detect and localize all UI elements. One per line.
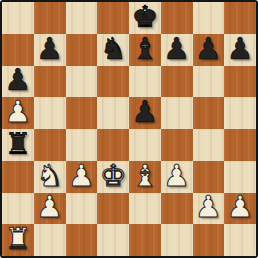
square-e1[interactable] [129,224,161,256]
square-g3[interactable] [193,161,225,193]
piece-black-pawn[interactable]: ♟ [227,34,254,64]
square-f3[interactable]: ♟ [161,161,193,193]
piece-white-bishop[interactable]: ♝ [131,161,158,191]
square-e8[interactable]: ♚ [129,2,161,34]
square-b7[interactable]: ♟ [34,34,66,66]
piece-white-pawn[interactable]: ♟ [195,192,222,222]
piece-black-rook[interactable]: ♜ [4,129,31,159]
square-c3[interactable]: ♟ [66,161,98,193]
square-b8[interactable] [34,2,66,34]
piece-white-pawn[interactable]: ♟ [68,161,95,191]
square-c8[interactable] [66,2,98,34]
square-c1[interactable] [66,224,98,256]
square-h7[interactable]: ♟ [224,34,256,66]
square-c4[interactable] [66,129,98,161]
square-h4[interactable] [224,129,256,161]
square-e6[interactable] [129,66,161,98]
square-h6[interactable] [224,66,256,98]
piece-black-pawn[interactable]: ♟ [163,34,190,64]
piece-black-pawn[interactable]: ♟ [195,34,222,64]
square-h8[interactable] [224,2,256,34]
square-h2[interactable]: ♟ [224,193,256,225]
square-f6[interactable] [161,66,193,98]
square-f7[interactable]: ♟ [161,34,193,66]
square-a3[interactable] [2,161,34,193]
square-c7[interactable] [66,34,98,66]
square-b3[interactable]: ♞ [34,161,66,193]
piece-white-king[interactable]: ♚ [100,161,127,191]
square-c2[interactable] [66,193,98,225]
square-g7[interactable]: ♟ [193,34,225,66]
square-c5[interactable] [66,97,98,129]
square-b5[interactable] [34,97,66,129]
square-g2[interactable]: ♟ [193,193,225,225]
square-d5[interactable] [97,97,129,129]
square-d4[interactable] [97,129,129,161]
square-a6[interactable]: ♟ [2,66,34,98]
square-h1[interactable] [224,224,256,256]
square-d6[interactable] [97,66,129,98]
piece-black-pawn[interactable]: ♟ [4,65,31,95]
square-b1[interactable] [34,224,66,256]
piece-white-pawn[interactable]: ♟ [163,161,190,191]
square-g6[interactable] [193,66,225,98]
square-d3[interactable]: ♚ [97,161,129,193]
piece-white-rook[interactable]: ♜ [4,224,31,254]
square-d1[interactable] [97,224,129,256]
square-h5[interactable] [224,97,256,129]
square-d8[interactable] [97,2,129,34]
piece-black-pawn[interactable]: ♟ [131,97,158,127]
square-b4[interactable] [34,129,66,161]
square-e5[interactable]: ♟ [129,97,161,129]
square-d2[interactable] [97,193,129,225]
square-e3[interactable]: ♝ [129,161,161,193]
piece-white-pawn[interactable]: ♟ [36,192,63,222]
square-d7[interactable]: ♞ [97,34,129,66]
square-e2[interactable] [129,193,161,225]
chess-board: ♚♟♞♝♟♟♟♟♟♟♜♞♟♚♝♟♟♟♟♜ [0,0,258,258]
square-a5[interactable]: ♟ [2,97,34,129]
piece-white-pawn[interactable]: ♟ [227,192,254,222]
square-b6[interactable] [34,66,66,98]
square-a4[interactable]: ♜ [2,129,34,161]
square-h3[interactable] [224,161,256,193]
square-c6[interactable] [66,66,98,98]
piece-black-bishop[interactable]: ♝ [131,34,158,64]
square-a1[interactable]: ♜ [2,224,34,256]
square-g8[interactable] [193,2,225,34]
piece-black-knight[interactable]: ♞ [100,34,127,64]
square-e7[interactable]: ♝ [129,34,161,66]
piece-white-pawn[interactable]: ♟ [4,97,31,127]
square-e4[interactable] [129,129,161,161]
square-a8[interactable] [2,2,34,34]
square-f1[interactable] [161,224,193,256]
square-f5[interactable] [161,97,193,129]
piece-black-pawn[interactable]: ♟ [36,34,63,64]
square-g4[interactable] [193,129,225,161]
square-g1[interactable] [193,224,225,256]
piece-black-king[interactable]: ♚ [131,2,158,32]
square-f4[interactable] [161,129,193,161]
square-b2[interactable]: ♟ [34,193,66,225]
square-a7[interactable] [2,34,34,66]
square-a2[interactable] [2,193,34,225]
square-g5[interactable] [193,97,225,129]
square-f8[interactable] [161,2,193,34]
square-f2[interactable] [161,193,193,225]
piece-white-knight[interactable]: ♞ [36,161,63,191]
